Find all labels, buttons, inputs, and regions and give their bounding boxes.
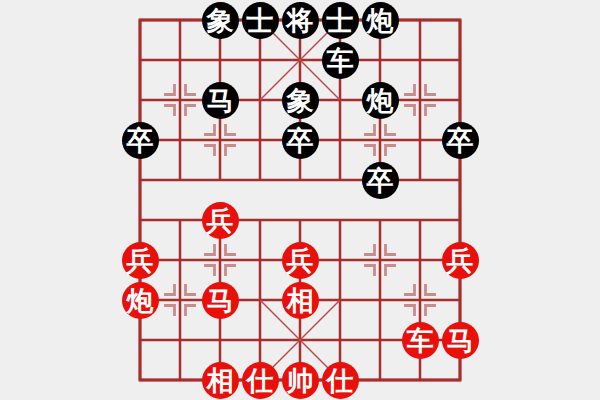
point-c6r8 — [360, 320, 400, 360]
black-soldier-piece[interactable]: 卒 — [362, 162, 399, 199]
point-c6r0: 炮 — [360, 0, 400, 40]
point-c0r9 — [120, 360, 160, 400]
red-advisor-piece[interactable]: 仕 — [322, 362, 359, 399]
black-elephant-piece[interactable]: 象 — [282, 82, 319, 119]
point-c4r1 — [280, 40, 320, 80]
point-c4r9: 帅 — [280, 360, 320, 400]
black-horse-piece[interactable]: 马 — [202, 82, 239, 119]
red-soldier-piece[interactable]: 兵 — [282, 242, 319, 279]
point-c7r8: 车 — [400, 320, 440, 360]
point-c3r3 — [240, 120, 280, 160]
red-soldier-piece[interactable]: 兵 — [202, 202, 239, 239]
point-c7r3 — [400, 120, 440, 160]
point-c1r8 — [160, 320, 200, 360]
point-c1r4 — [160, 160, 200, 200]
point-c7r0 — [400, 0, 440, 40]
point-c8r2 — [440, 80, 480, 120]
point-c2r1 — [200, 40, 240, 80]
point-c2r5: 兵 — [200, 200, 240, 240]
red-horse-piece[interactable]: 马 — [442, 322, 479, 359]
point-c7r9 — [400, 360, 440, 400]
red-elephant-piece[interactable]: 相 — [202, 362, 239, 399]
point-c3r6 — [240, 240, 280, 280]
point-c4r7: 相 — [280, 280, 320, 320]
black-soldier-piece[interactable]: 卒 — [282, 122, 319, 159]
point-c0r3: 卒 — [120, 120, 160, 160]
point-c1r1 — [160, 40, 200, 80]
point-c5r6 — [320, 240, 360, 280]
point-c1r7 — [160, 280, 200, 320]
point-c6r1 — [360, 40, 400, 80]
point-c1r0 — [160, 0, 200, 40]
black-general-piece[interactable]: 将 — [282, 2, 319, 39]
point-c6r9 — [360, 360, 400, 400]
point-c3r4 — [240, 160, 280, 200]
black-advisor-piece[interactable]: 士 — [242, 2, 279, 39]
point-c7r1 — [400, 40, 440, 80]
point-c5r1: 车 — [320, 40, 360, 80]
black-elephant-piece[interactable]: 象 — [202, 2, 239, 39]
point-c0r4 — [120, 160, 160, 200]
xiangqi-board: 象士将士炮车马象炮卒卒卒卒兵兵兵兵炮马相车马相仕帅仕 — [120, 0, 480, 400]
point-c2r0: 象 — [200, 0, 240, 40]
point-c5r3 — [320, 120, 360, 160]
point-c2r7: 马 — [200, 280, 240, 320]
red-horse-piece[interactable]: 马 — [202, 282, 239, 319]
point-c2r2: 马 — [200, 80, 240, 120]
black-soldier-piece[interactable]: 卒 — [122, 122, 159, 159]
point-c5r2 — [320, 80, 360, 120]
point-c8r6: 兵 — [440, 240, 480, 280]
point-c5r5 — [320, 200, 360, 240]
point-c4r2: 象 — [280, 80, 320, 120]
point-c8r7 — [440, 280, 480, 320]
point-c0r8 — [120, 320, 160, 360]
point-c5r8 — [320, 320, 360, 360]
point-c4r4 — [280, 160, 320, 200]
point-c1r6 — [160, 240, 200, 280]
point-c0r7: 炮 — [120, 280, 160, 320]
board-points: 象士将士炮车马象炮卒卒卒卒兵兵兵兵炮马相车马相仕帅仕 — [120, 0, 480, 400]
point-c2r8 — [200, 320, 240, 360]
point-c8r4 — [440, 160, 480, 200]
point-c3r8 — [240, 320, 280, 360]
point-c8r5 — [440, 200, 480, 240]
red-cannon-piece[interactable]: 炮 — [122, 282, 159, 319]
point-c4r6: 兵 — [280, 240, 320, 280]
point-c8r0 — [440, 0, 480, 40]
point-c7r7 — [400, 280, 440, 320]
point-c4r3: 卒 — [280, 120, 320, 160]
point-c3r2 — [240, 80, 280, 120]
point-c7r6 — [400, 240, 440, 280]
point-c3r1 — [240, 40, 280, 80]
red-general-piece[interactable]: 帅 — [282, 362, 319, 399]
point-c3r5 — [240, 200, 280, 240]
point-c1r3 — [160, 120, 200, 160]
black-cannon-piece[interactable]: 炮 — [362, 2, 399, 39]
point-c8r9 — [440, 360, 480, 400]
point-c3r7 — [240, 280, 280, 320]
point-c1r2 — [160, 80, 200, 120]
point-c7r2 — [400, 80, 440, 120]
point-c4r8 — [280, 320, 320, 360]
point-c3r9: 仕 — [240, 360, 280, 400]
point-c5r7 — [320, 280, 360, 320]
red-advisor-piece[interactable]: 仕 — [242, 362, 279, 399]
point-c6r6 — [360, 240, 400, 280]
point-c6r7 — [360, 280, 400, 320]
point-c0r0 — [120, 0, 160, 40]
point-c8r8: 马 — [440, 320, 480, 360]
point-c6r3 — [360, 120, 400, 160]
point-c0r5 — [120, 200, 160, 240]
point-c5r0: 士 — [320, 0, 360, 40]
point-c5r9: 仕 — [320, 360, 360, 400]
point-c8r1 — [440, 40, 480, 80]
point-c2r4 — [200, 160, 240, 200]
point-c7r5 — [400, 200, 440, 240]
point-c1r9 — [160, 360, 200, 400]
black-soldier-piece[interactable]: 卒 — [442, 122, 479, 159]
red-soldier-piece[interactable]: 兵 — [442, 242, 479, 279]
red-chariot-piece[interactable]: 车 — [402, 322, 439, 359]
point-c8r3: 卒 — [440, 120, 480, 160]
point-c6r2: 炮 — [360, 80, 400, 120]
point-c3r0: 士 — [240, 0, 280, 40]
point-c2r3 — [200, 120, 240, 160]
point-c4r0: 将 — [280, 0, 320, 40]
black-advisor-piece[interactable]: 士 — [322, 2, 359, 39]
point-c0r2 — [120, 80, 160, 120]
point-c6r5 — [360, 200, 400, 240]
point-c2r9: 相 — [200, 360, 240, 400]
black-chariot-piece[interactable]: 车 — [322, 42, 359, 79]
point-c0r6: 兵 — [120, 240, 160, 280]
red-elephant-piece[interactable]: 相 — [282, 282, 319, 319]
point-c4r5 — [280, 200, 320, 240]
point-c2r6 — [200, 240, 240, 280]
point-c7r4 — [400, 160, 440, 200]
black-cannon-piece[interactable]: 炮 — [362, 82, 399, 119]
red-soldier-piece[interactable]: 兵 — [122, 242, 159, 279]
point-c5r4 — [320, 160, 360, 200]
point-c0r1 — [120, 40, 160, 80]
point-c6r4: 卒 — [360, 160, 400, 200]
point-c1r5 — [160, 200, 200, 240]
